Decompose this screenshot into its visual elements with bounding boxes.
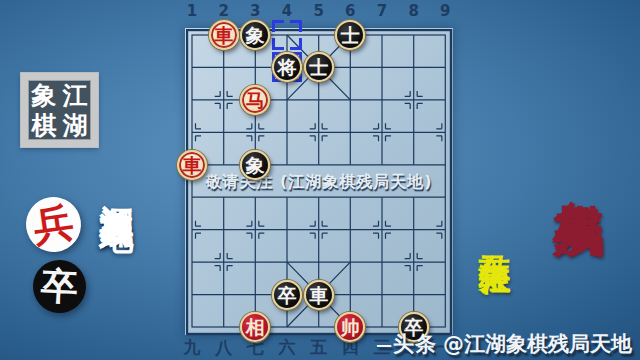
puzzle-name-vertical: 车马太轻狂 — [477, 145, 517, 325]
file-label-top: 7 — [370, 2, 394, 20]
file-label-bottom: 九 — [180, 336, 204, 356]
file-label-top: 8 — [402, 2, 426, 20]
file-label-bottom: 八 — [212, 336, 236, 356]
file-label-top: 1 — [180, 2, 204, 20]
file-label-top: 5 — [307, 2, 331, 20]
file-label-top: 3 — [243, 2, 267, 20]
black-soldier-badge: 卒 — [32, 259, 88, 315]
file-label-top: 6 — [338, 2, 362, 20]
brand-seal: 象 江 棋 湖 — [21, 73, 98, 147]
endgame-title-vertical: 象棋残局 — [549, 56, 613, 276]
piece-red-马[interactable]: 马 — [240, 85, 270, 115]
move-highlight-bracket — [272, 20, 302, 50]
watermark-dash: — — [376, 335, 392, 354]
toutiao-logo: 头条 — [393, 330, 437, 358]
file-label-top: 2 — [212, 2, 236, 20]
seal-char: 湖 — [60, 110, 92, 140]
file-label-top: 4 — [275, 2, 299, 20]
piece-red-車[interactable]: 車 — [177, 150, 207, 180]
piece-black-卒[interactable]: 卒 — [272, 280, 302, 310]
seal-char: 江 — [60, 80, 92, 110]
watermark: — 头条 @江湖象棋残局天地 — [376, 330, 632, 358]
red-soldier-badge: 兵 — [22, 193, 84, 255]
xiangqi-endgame-scene: 敬请关注 (江湖象棋残局天地) 象 江 棋 湖 江湖象棋残局天地 兵 卒 象棋残… — [0, 0, 640, 360]
channel-title-vertical: 江湖象棋残局天地 — [96, 40, 140, 332]
river-text: 敬请关注 (江湖象棋残局天地) — [186, 172, 452, 193]
piece-black-車[interactable]: 車 — [304, 280, 334, 310]
watermark-handle: @江湖象棋残局天地 — [443, 330, 632, 358]
piece-red-車[interactable]: 車 — [209, 20, 239, 50]
piece-black-士[interactable]: 士 — [304, 52, 334, 82]
seal-char: 象 — [28, 80, 60, 110]
file-label-bottom: 六 — [275, 336, 299, 356]
piece-black-象[interactable]: 象 — [240, 150, 270, 180]
file-label-top: 9 — [433, 2, 457, 20]
file-label-bottom: 五 — [307, 336, 331, 356]
seal-char: 棋 — [28, 110, 60, 140]
